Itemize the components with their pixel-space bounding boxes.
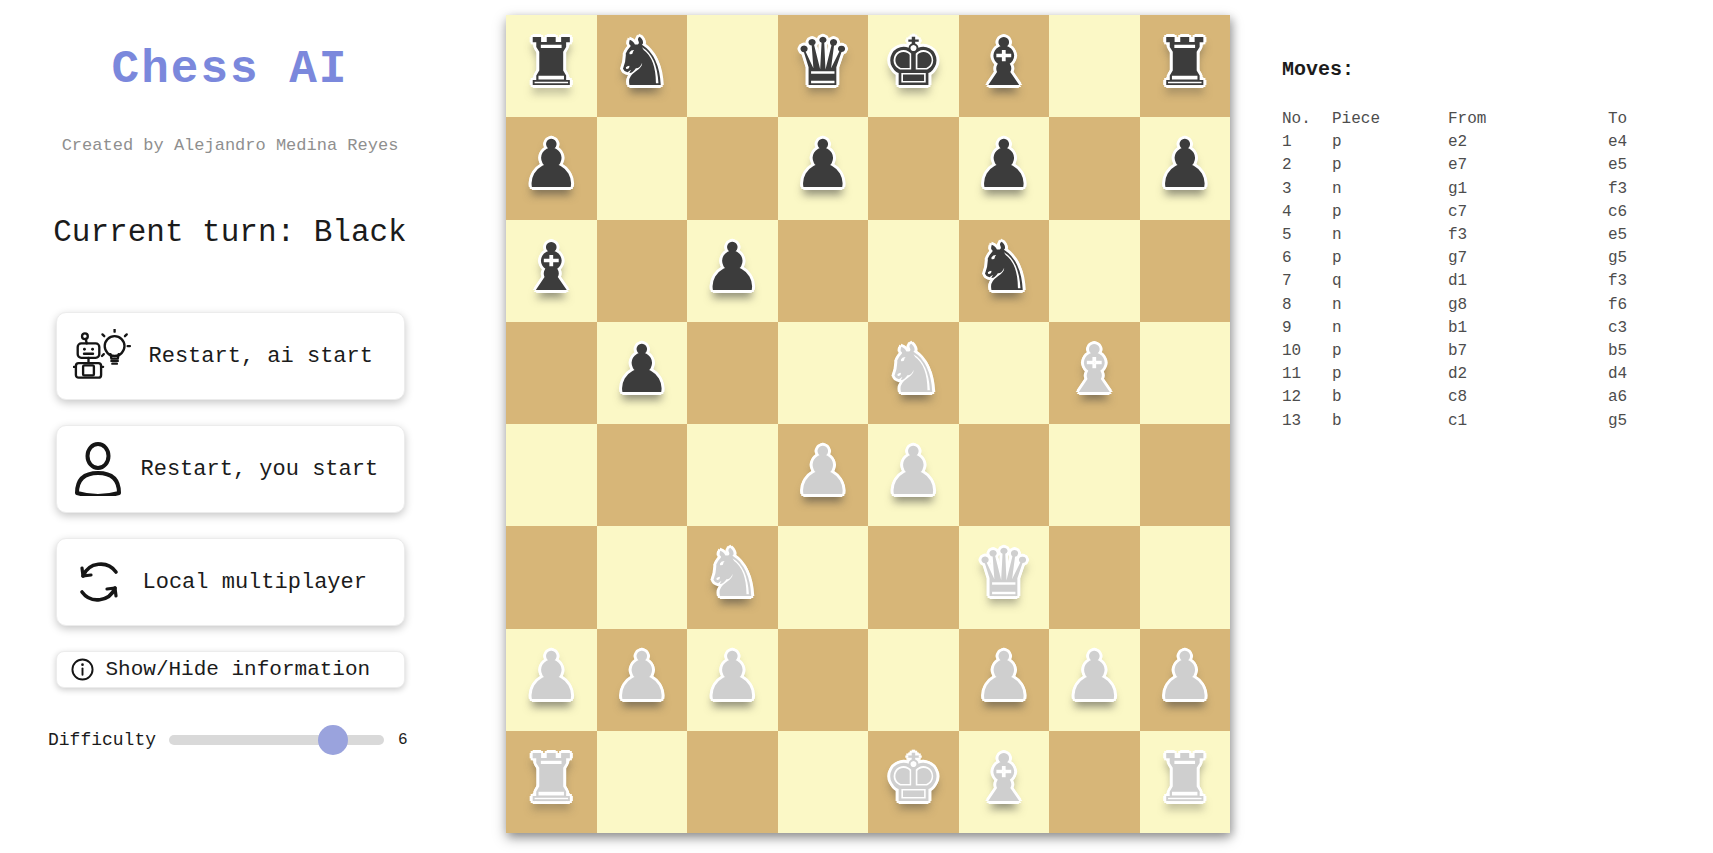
black-bishop-f8: ♝ [974,30,1033,96]
square-g4[interactable] [1049,424,1140,526]
white-bishop-f1: ♝ [974,746,1033,812]
sidebar: Chess AI Created by Alejandro Medina Rey… [0,0,460,853]
square-d8[interactable]: ♛ [778,15,869,117]
square-a8[interactable]: ♜ [506,15,597,117]
white-queen-f3: ♛ [974,541,1033,607]
square-b4[interactable] [597,424,688,526]
button-label: Restart, ai start [149,344,373,369]
move-cell: 5 [1282,224,1332,247]
white-pawn-f2: ♟ [974,644,1033,710]
move-cell: n [1332,178,1448,201]
square-e8[interactable]: ♚ [868,15,959,117]
white-pawn-h2: ♟ [1155,644,1214,710]
move-cell: c3 [1608,317,1652,340]
black-queen-d8: ♛ [793,30,852,96]
moves-col-from: From [1448,108,1608,131]
square-g5[interactable]: ♝ [1049,322,1140,424]
robot-lightbulb-icon [73,329,131,383]
moves-panel: Moves: No. Piece From To 1pe2e42pe7e53ng… [1282,58,1682,433]
square-f2[interactable]: ♟ [959,629,1050,731]
move-cell: b1 [1448,317,1608,340]
app-subtitle: Created by Alejandro Medina Reyes [62,136,399,155]
square-b7[interactable] [597,117,688,219]
square-g3[interactable] [1049,526,1140,628]
move-cell: a6 [1608,386,1652,409]
move-cell: c8 [1448,386,1608,409]
move-cell: b [1332,410,1448,433]
square-h7[interactable]: ♟ [1140,117,1231,219]
black-king-e8: ♚ [884,30,943,96]
square-h6[interactable] [1140,220,1231,322]
move-cell: n [1332,294,1448,317]
move-cell: p [1332,154,1448,177]
black-pawn-f7: ♟ [974,132,1033,198]
move-cell: f6 [1608,294,1652,317]
move-cell: f3 [1608,178,1652,201]
move-cell: e5 [1608,224,1652,247]
square-e5[interactable]: ♞ [868,322,959,424]
move-cell: e4 [1608,131,1652,154]
black-knight-f6: ♞ [974,235,1033,301]
restart-you-start-button[interactable]: Restart, you start [56,425,405,513]
person-icon [73,442,123,496]
move-cell: 6 [1282,247,1332,270]
square-f1[interactable]: ♝ [959,731,1050,833]
square-c6[interactable]: ♟ [687,220,778,322]
square-b5[interactable]: ♟ [597,322,688,424]
square-h2[interactable]: ♟ [1140,629,1231,731]
white-king-e1: ♚ [884,746,943,812]
move-cell: p [1332,340,1448,363]
square-b8[interactable]: ♞ [597,15,688,117]
move-cell: p [1332,131,1448,154]
chess-board: ♜♞♛♚♝♜♟♟♟♟♝♟♞♟♞♝♟♟♞♛♟♟♟♟♟♟♜♚♝♜ [506,15,1230,833]
moves-col-to: To [1608,108,1652,131]
move-cell: n [1332,317,1448,340]
square-a2[interactable]: ♟ [506,629,597,731]
move-cell: 8 [1282,294,1332,317]
white-pawn-a2: ♟ [522,644,581,710]
square-f7[interactable]: ♟ [959,117,1050,219]
white-rook-a1: ♜ [522,746,581,812]
black-knight-b8: ♞ [612,30,671,96]
square-a5[interactable] [506,322,597,424]
app-title: Chess AI [112,44,349,96]
move-cell: d1 [1448,270,1608,293]
difficulty-control: Difficulty 6 [48,724,412,756]
white-pawn-d4: ♟ [793,439,852,505]
move-cell: 11 [1282,363,1332,386]
black-bishop-a6: ♝ [522,235,581,301]
black-pawn-c6: ♟ [703,235,762,301]
square-a6[interactable]: ♝ [506,220,597,322]
square-c3[interactable]: ♞ [687,526,778,628]
move-cell: 2 [1282,154,1332,177]
square-e4[interactable]: ♟ [868,424,959,526]
move-cell: 10 [1282,340,1332,363]
square-c7[interactable] [687,117,778,219]
square-f4[interactable] [959,424,1050,526]
square-h3[interactable] [1140,526,1231,628]
square-c1[interactable] [687,731,778,833]
info-icon [71,658,94,681]
square-d7[interactable]: ♟ [778,117,869,219]
square-h5[interactable] [1140,322,1231,424]
move-cell: 12 [1282,386,1332,409]
square-e6[interactable] [868,220,959,322]
restart-ai-start-button[interactable]: Restart, ai start [56,312,405,400]
square-g6[interactable] [1049,220,1140,322]
difficulty-label: Difficulty [48,730,156,750]
move-cell: b7 [1448,340,1608,363]
square-b1[interactable] [597,731,688,833]
move-cell: d2 [1448,363,1608,386]
square-b2[interactable]: ♟ [597,629,688,731]
move-cell: f3 [1608,270,1652,293]
square-e3[interactable] [868,526,959,628]
moves-table: No. Piece From To 1pe2e42pe7e53ng1f34pc7… [1282,108,1682,433]
show-hide-information-button[interactable]: Show/Hide information [56,651,405,688]
difficulty-value: 6 [398,731,408,749]
move-cell: q [1332,270,1448,293]
current-turn-label: Current turn: Black [53,215,406,250]
square-g2[interactable]: ♟ [1049,629,1140,731]
move-cell: p [1332,201,1448,224]
square-g8[interactable] [1049,15,1140,117]
black-pawn-a7: ♟ [522,132,581,198]
move-cell: b [1332,386,1448,409]
white-rook-h1: ♜ [1155,746,1214,812]
app-root: Chess AI Created by Alejandro Medina Rey… [0,0,1713,853]
black-pawn-h7: ♟ [1155,132,1214,198]
move-cell: g8 [1448,294,1608,317]
move-cell: g5 [1608,410,1652,433]
button-label: Restart, you start [141,457,379,482]
white-knight-c3: ♞ [703,541,762,607]
button-label: Show/Hide information [106,658,371,681]
square-h4[interactable] [1140,424,1231,526]
move-cell: 3 [1282,178,1332,201]
move-cell: p [1332,363,1448,386]
square-c5[interactable] [687,322,778,424]
square-e7[interactable] [868,117,959,219]
square-c2[interactable]: ♟ [687,629,778,731]
square-d2[interactable] [778,629,869,731]
square-f3[interactable]: ♛ [959,526,1050,628]
local-multiplayer-button[interactable]: Local multiplayer [56,538,405,626]
square-h8[interactable]: ♜ [1140,15,1231,117]
move-cell: e2 [1448,131,1608,154]
move-cell: 1 [1282,131,1332,154]
square-h1[interactable]: ♜ [1140,731,1231,833]
button-label: Local multiplayer [143,570,367,595]
square-d1[interactable] [778,731,869,833]
black-pawn-b5: ♟ [612,337,671,403]
square-e2[interactable] [868,629,959,731]
refresh-arrows-icon [73,556,125,608]
white-bishop-g5: ♝ [1065,337,1124,403]
square-g7[interactable] [1049,117,1140,219]
square-c8[interactable] [687,15,778,117]
square-b3[interactable] [597,526,688,628]
square-d5[interactable] [778,322,869,424]
move-cell: d4 [1608,363,1652,386]
move-cell: g7 [1448,247,1608,270]
slider-thumb[interactable] [318,725,348,755]
move-cell: 7 [1282,270,1332,293]
white-pawn-g2: ♟ [1065,644,1124,710]
square-d4[interactable]: ♟ [778,424,869,526]
square-d3[interactable] [778,526,869,628]
square-d6[interactable] [778,220,869,322]
square-f6[interactable]: ♞ [959,220,1050,322]
move-cell: 4 [1282,201,1332,224]
move-cell: g5 [1608,247,1652,270]
square-c4[interactable] [687,424,778,526]
move-cell: c7 [1448,201,1608,224]
square-f8[interactable]: ♝ [959,15,1050,117]
move-cell: b5 [1608,340,1652,363]
black-pawn-d7: ♟ [793,132,852,198]
move-cell: f3 [1448,224,1608,247]
moves-col-piece: Piece [1332,108,1448,131]
square-a3[interactable] [506,526,597,628]
square-g1[interactable] [1049,731,1140,833]
move-cell: e5 [1608,154,1652,177]
slider-track[interactable] [169,735,384,745]
square-a7[interactable]: ♟ [506,117,597,219]
move-cell: 9 [1282,317,1332,340]
move-cell: n [1332,224,1448,247]
square-e1[interactable]: ♚ [868,731,959,833]
white-pawn-c2: ♟ [703,644,762,710]
moves-col-no: No. [1282,108,1332,131]
black-rook-h8: ♜ [1155,30,1214,96]
square-f5[interactable] [959,322,1050,424]
moves-title: Moves: [1282,58,1682,81]
move-cell: c6 [1608,201,1652,224]
difficulty-slider[interactable] [169,725,384,755]
square-a4[interactable] [506,424,597,526]
move-cell: c1 [1448,410,1608,433]
square-a1[interactable]: ♜ [506,731,597,833]
move-cell: p [1332,247,1448,270]
black-rook-a8: ♜ [522,30,581,96]
white-pawn-b2: ♟ [612,644,671,710]
square-b6[interactable] [597,220,688,322]
white-knight-e5: ♞ [884,337,943,403]
white-pawn-e4: ♟ [884,439,943,505]
move-cell: 13 [1282,410,1332,433]
move-cell: g1 [1448,178,1608,201]
move-cell: e7 [1448,154,1608,177]
